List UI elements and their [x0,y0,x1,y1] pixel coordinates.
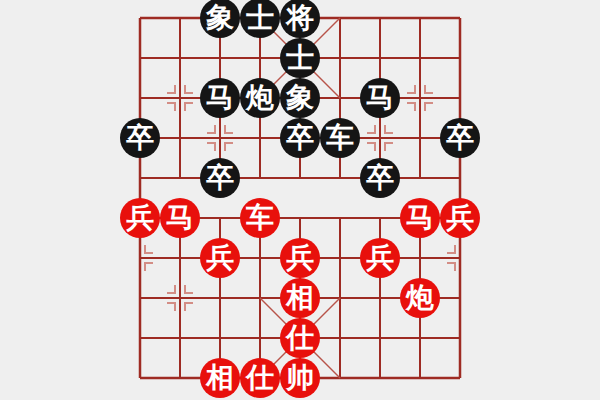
piece-black-soldier[interactable]: 卒 [360,158,400,198]
piece-red-soldier[interactable]: 兵 [440,198,480,238]
piece-red-advisor[interactable]: 仕 [280,318,320,358]
piece-black-advisor[interactable]: 士 [240,0,280,38]
piece-red-horse[interactable]: 马 [160,198,200,238]
piece-black-soldier[interactable]: 卒 [120,118,160,158]
piece-red-general[interactable]: 帅 [280,358,320,398]
piece-black-soldier[interactable]: 卒 [440,118,480,158]
piece-black-elephant[interactable]: 象 [200,0,240,38]
piece-red-soldier[interactable]: 兵 [280,238,320,278]
piece-black-elephant[interactable]: 象 [280,78,320,118]
piece-red-soldier[interactable]: 兵 [120,198,160,238]
piece-black-horse[interactable]: 马 [360,78,400,118]
piece-black-soldier[interactable]: 卒 [280,118,320,158]
piece-red-soldier[interactable]: 兵 [360,238,400,278]
piece-red-horse[interactable]: 马 [400,198,440,238]
piece-black-horse[interactable]: 马 [200,78,240,118]
piece-red-advisor[interactable]: 仕 [240,358,280,398]
xiangqi-app: 象士将士马炮象马卒卒车卒卒卒兵马车马兵兵兵兵相炮仕相仕帅 [0,0,600,400]
xiangqi-board[interactable]: 象士将士马炮象马卒卒车卒卒卒兵马车马兵兵兵兵相炮仕相仕帅 [0,0,600,400]
piece-black-chariot[interactable]: 车 [320,118,360,158]
piece-red-cannon[interactable]: 炮 [400,278,440,318]
piece-red-soldier[interactable]: 兵 [200,238,240,278]
piece-black-soldier[interactable]: 卒 [200,158,240,198]
piece-red-elephant[interactable]: 相 [200,358,240,398]
piece-red-elephant[interactable]: 相 [280,278,320,318]
piece-black-general[interactable]: 将 [280,0,320,38]
piece-black-advisor[interactable]: 士 [280,38,320,78]
piece-red-chariot[interactable]: 车 [240,198,280,238]
piece-black-cannon[interactable]: 炮 [240,78,280,118]
